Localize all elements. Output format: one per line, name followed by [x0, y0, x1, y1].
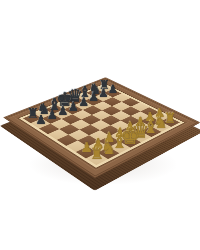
square-g4	[69, 130, 89, 141]
square-e1	[120, 136, 141, 147]
square-f1	[109, 141, 130, 153]
square-f4	[80, 125, 100, 135]
square-c1	[140, 126, 160, 137]
square-h4	[57, 135, 78, 146]
square-h5	[48, 129, 68, 140]
square-g5	[60, 124, 80, 134]
square-f3	[89, 130, 110, 141]
product-photo: ♜♟♟♜♞♟♟♞♝♟♟♝♛♟♟♛♚♟♟♚♝♟♟♝♞♟♟♞♜♟♟♜	[0, 0, 200, 250]
square-d3	[110, 121, 130, 131]
square-h6	[40, 124, 60, 134]
square-h1	[86, 152, 108, 164]
square-h2	[76, 146, 98, 158]
square-f5	[71, 119, 91, 129]
square-g3	[78, 135, 99, 146]
square-c2	[130, 121, 150, 131]
square-g6	[51, 119, 71, 129]
square-f2	[99, 136, 120, 147]
square-e2	[110, 131, 131, 142]
square-h3	[67, 140, 88, 151]
square-g2	[88, 141, 109, 152]
square-g1	[98, 147, 120, 159]
square-e3	[100, 125, 120, 135]
square-d2	[120, 126, 140, 136]
square-d1	[130, 131, 151, 142]
square-b1	[150, 122, 170, 132]
square-e4	[91, 120, 111, 130]
